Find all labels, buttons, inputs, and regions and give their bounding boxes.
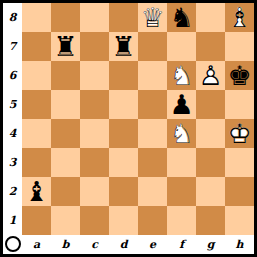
file-label-f: f [167, 235, 196, 254]
piece-outline-layer: ♕ [138, 3, 167, 32]
piece-glyph: ♞ [167, 3, 196, 32]
square-g3[interactable] [196, 148, 225, 177]
file-label-a: a [22, 235, 51, 254]
square-c3[interactable] [80, 148, 109, 177]
square-a7[interactable] [22, 32, 51, 61]
square-b8[interactable] [51, 3, 80, 32]
square-f5[interactable]: ♟ [167, 90, 196, 119]
rank-label-7: 7 [3, 32, 22, 61]
rank-label-6: 6 [3, 61, 22, 90]
square-g4[interactable] [196, 119, 225, 148]
piece-black-bishop[interactable]: ♝ [22, 177, 51, 206]
square-h2[interactable] [225, 177, 254, 206]
square-g6[interactable]: ♟♙ [196, 61, 225, 90]
file-label-e: e [138, 235, 167, 254]
square-a8[interactable] [22, 3, 51, 32]
file-label-g: g [196, 235, 225, 254]
square-e4[interactable] [138, 119, 167, 148]
square-a5[interactable] [22, 90, 51, 119]
white-to-move-indicator-icon [5, 236, 21, 252]
piece-black-king[interactable]: ♚ [225, 61, 254, 90]
square-a2[interactable]: ♝ [22, 177, 51, 206]
square-g7[interactable] [196, 32, 225, 61]
square-f7[interactable] [167, 32, 196, 61]
square-f1[interactable] [167, 206, 196, 235]
piece-outline-layer: ♘ [167, 61, 196, 90]
square-d8[interactable] [109, 3, 138, 32]
square-e8[interactable]: ♛♕ [138, 3, 167, 32]
square-h3[interactable] [225, 148, 254, 177]
piece-outline-layer: ♗ [225, 3, 254, 32]
rank-label-4: 4 [3, 119, 22, 148]
piece-white-bishop[interactable]: ♝♗ [225, 3, 254, 32]
square-d2[interactable] [109, 177, 138, 206]
square-e7[interactable] [138, 32, 167, 61]
square-g5[interactable] [196, 90, 225, 119]
rank-label-1: 1 [3, 206, 22, 235]
square-g8[interactable] [196, 3, 225, 32]
square-d1[interactable] [109, 206, 138, 235]
square-c7[interactable] [80, 32, 109, 61]
file-label-d: d [109, 235, 138, 254]
square-d6[interactable] [109, 61, 138, 90]
square-c1[interactable] [80, 206, 109, 235]
square-a1[interactable] [22, 206, 51, 235]
chess-board: ♛♕♞♝♗♜♜♞♘♟♙♚♟♞♘♚♔♝ [22, 3, 254, 235]
rank-label-3: 3 [3, 148, 22, 177]
square-a6[interactable] [22, 61, 51, 90]
square-d7[interactable]: ♜ [109, 32, 138, 61]
square-b6[interactable] [51, 61, 80, 90]
square-e5[interactable] [138, 90, 167, 119]
square-e3[interactable] [138, 148, 167, 177]
square-h7[interactable] [225, 32, 254, 61]
piece-outline-layer: ♔ [225, 119, 254, 148]
square-c2[interactable] [80, 177, 109, 206]
square-b3[interactable] [51, 148, 80, 177]
chess-diagram: 87654321 ♛♕♞♝♗♜♜♞♘♟♙♚♟♞♘♚♔♝ abcdefgh [0, 0, 257, 257]
square-h4[interactable]: ♚♔ [225, 119, 254, 148]
square-d5[interactable] [109, 90, 138, 119]
square-b7[interactable]: ♜ [51, 32, 80, 61]
file-label-b: b [51, 235, 80, 254]
square-c6[interactable] [80, 61, 109, 90]
rank-label-5: 5 [3, 90, 22, 119]
square-h8[interactable]: ♝♗ [225, 3, 254, 32]
square-d3[interactable] [109, 148, 138, 177]
square-d4[interactable] [109, 119, 138, 148]
file-label-h: h [225, 235, 254, 254]
square-g1[interactable] [196, 206, 225, 235]
square-f3[interactable] [167, 148, 196, 177]
rank-label-2: 2 [3, 177, 22, 206]
piece-white-king[interactable]: ♚♔ [225, 119, 254, 148]
square-f2[interactable] [167, 177, 196, 206]
piece-white-queen[interactable]: ♛♕ [138, 3, 167, 32]
square-e6[interactable] [138, 61, 167, 90]
square-c8[interactable] [80, 3, 109, 32]
square-e1[interactable] [138, 206, 167, 235]
square-h5[interactable] [225, 90, 254, 119]
square-f4[interactable]: ♞♘ [167, 119, 196, 148]
piece-glyph: ♜ [51, 32, 80, 61]
square-a3[interactable] [22, 148, 51, 177]
square-b2[interactable] [51, 177, 80, 206]
square-e2[interactable] [138, 177, 167, 206]
piece-glyph: ♚ [225, 61, 254, 90]
piece-black-rook[interactable]: ♜ [109, 32, 138, 61]
square-g2[interactable] [196, 177, 225, 206]
square-c5[interactable] [80, 90, 109, 119]
piece-glyph: ♟ [167, 90, 196, 119]
square-a4[interactable] [22, 119, 51, 148]
square-h6[interactable]: ♚ [225, 61, 254, 90]
piece-black-pawn[interactable]: ♟ [167, 90, 196, 119]
square-b4[interactable] [51, 119, 80, 148]
rank-label-8: 8 [3, 3, 22, 32]
piece-white-knight[interactable]: ♞♘ [167, 61, 196, 90]
piece-black-knight[interactable]: ♞ [167, 3, 196, 32]
square-f8[interactable]: ♞ [167, 3, 196, 32]
square-h1[interactable] [225, 206, 254, 235]
piece-glyph: ♜ [109, 32, 138, 61]
piece-outline-layer: ♘ [167, 119, 196, 148]
piece-white-knight[interactable]: ♞♘ [167, 119, 196, 148]
piece-white-pawn[interactable]: ♟♙ [196, 61, 225, 90]
square-f6[interactable]: ♞♘ [167, 61, 196, 90]
piece-outline-layer: ♙ [196, 61, 225, 90]
square-c4[interactable] [80, 119, 109, 148]
piece-glyph: ♝ [22, 177, 51, 206]
piece-black-rook[interactable]: ♜ [51, 32, 80, 61]
square-b5[interactable] [51, 90, 80, 119]
square-b1[interactable] [51, 206, 80, 235]
file-label-c: c [80, 235, 109, 254]
